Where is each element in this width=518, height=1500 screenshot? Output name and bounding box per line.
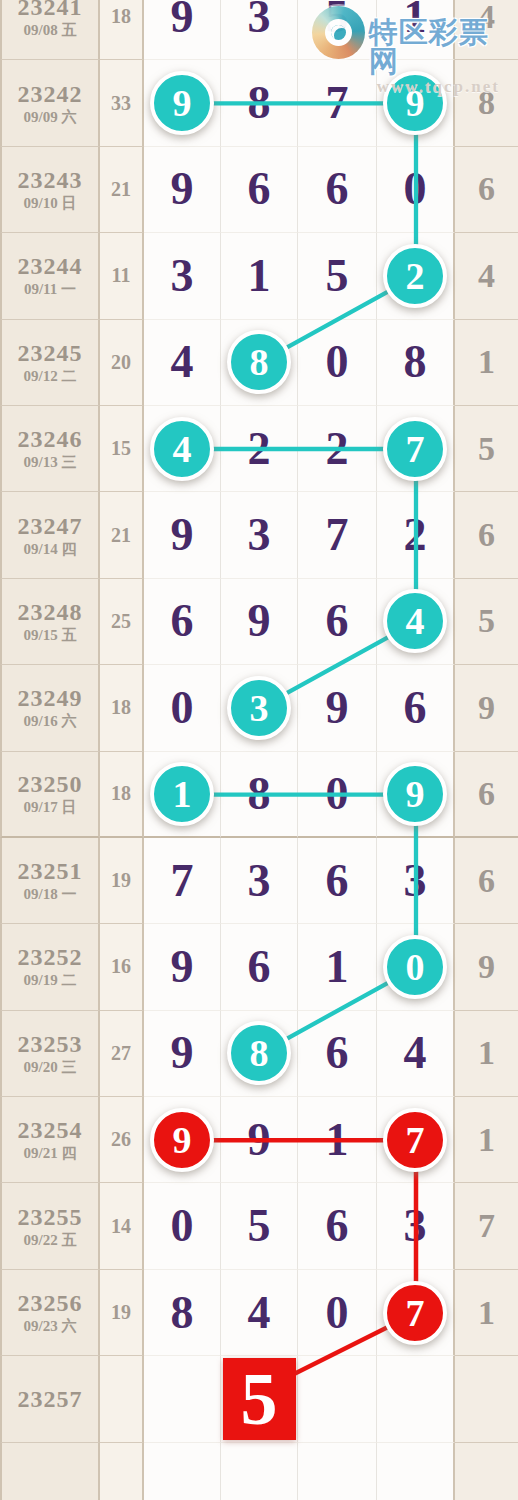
digit-cell: 6 <box>298 1011 377 1097</box>
digit: 6 <box>326 1030 349 1076</box>
sum-cell: 11 <box>100 233 144 319</box>
issue-number: 23242 <box>18 82 83 106</box>
digit-cell: 2 <box>377 492 455 578</box>
digit-cell: 9 <box>144 60 221 146</box>
draw-date: 09/08 五 <box>24 23 77 38</box>
tail-cell: 4 <box>455 233 518 319</box>
digit: 3 <box>404 1203 427 1249</box>
sum-cell <box>100 1443 144 1500</box>
issue-number: 23251 <box>18 859 83 883</box>
digit-cell: 2 <box>298 406 377 492</box>
sum-cell <box>100 1356 144 1442</box>
sum-cell: 18 <box>100 665 144 751</box>
issue-number: 23248 <box>18 600 83 624</box>
issue-cell: 2325309/20 三 <box>0 1011 100 1097</box>
digit-cell: 8 <box>221 1011 298 1097</box>
sum-cell: 19 <box>100 838 144 924</box>
tail-cell: 6 <box>455 492 518 578</box>
draw-date: 09/12 二 <box>24 369 77 384</box>
digit: 7 <box>406 1294 425 1332</box>
digit: 9 <box>248 598 271 644</box>
draw-date: 09/20 三 <box>24 1060 77 1075</box>
digit-cell: 7 <box>377 1270 455 1356</box>
digit: 6 <box>326 1203 349 1249</box>
digit: 7 <box>171 858 194 904</box>
digit-cell: 3 <box>221 492 298 578</box>
sum-cell: 19 <box>100 1270 144 1356</box>
digit: 3 <box>171 253 194 299</box>
digit-cell: 3 <box>377 1183 455 1269</box>
prediction-cell: 5 <box>221 1356 298 1442</box>
digit-cell: 0 <box>144 1183 221 1269</box>
digit: 5 <box>248 1203 271 1249</box>
tail-cell: 5 <box>455 579 518 665</box>
digit: 2 <box>404 512 427 558</box>
digit: 0 <box>326 1290 349 1336</box>
digit-cell: 6 <box>298 838 377 924</box>
digit-cell <box>298 1356 377 1442</box>
digit: 4 <box>404 1030 427 1076</box>
circled-digit: 9 <box>383 762 447 826</box>
draw-date: 09/13 三 <box>24 455 77 470</box>
tail-cell: 9 <box>455 924 518 1010</box>
digit-cell: 4 <box>221 1270 298 1356</box>
draw-date: 09/16 六 <box>24 714 77 729</box>
digit-cell: 9 <box>377 752 455 838</box>
issue-cell: 2324609/13 三 <box>0 406 100 492</box>
circled-digit: 4 <box>383 589 447 653</box>
digit-cell: 5 <box>298 0 377 60</box>
digit: 5 <box>326 0 349 40</box>
tail-cell: 1 <box>455 1097 518 1183</box>
circled-digit: 3 <box>227 676 291 740</box>
digit: 8 <box>248 771 271 817</box>
digit-cell: 4 <box>144 406 221 492</box>
digit: 8 <box>404 339 427 385</box>
digit-cell: 3 <box>377 838 455 924</box>
digit: 3 <box>248 0 271 40</box>
digit-cell: 7 <box>298 60 377 146</box>
circled-digit: 2 <box>383 244 447 308</box>
draw-date: 09/09 六 <box>24 110 77 125</box>
circled-digit: 9 <box>150 71 214 135</box>
digit-cell: 9 <box>377 60 455 146</box>
circled-digit: 1 <box>150 762 214 826</box>
sum-cell: 21 <box>100 492 144 578</box>
digit-cell: 9 <box>144 147 221 233</box>
issue-cell: 2325009/17 日 <box>0 752 100 838</box>
digit-cell: 8 <box>221 320 298 406</box>
digit-cell: 9 <box>144 492 221 578</box>
sum-cell: 33 <box>100 60 144 146</box>
digit: 1 <box>404 0 427 40</box>
issue-number: 23255 <box>18 1205 83 1229</box>
digit: 4 <box>248 1290 271 1336</box>
digit: 9 <box>171 0 194 40</box>
digit: 6 <box>171 598 194 644</box>
digit-cell: 1 <box>221 233 298 319</box>
sum-cell: 21 <box>100 147 144 233</box>
digit: 2 <box>326 426 349 472</box>
digit-cell: 7 <box>298 492 377 578</box>
digit: 8 <box>248 80 271 126</box>
sum-cell: 25 <box>100 579 144 665</box>
digit: 4 <box>406 602 425 640</box>
prediction-digit-square: 5 <box>223 1358 296 1440</box>
circled-digit: 9 <box>150 1108 214 1172</box>
digit: 3 <box>248 512 271 558</box>
digit: 1 <box>173 775 192 813</box>
digit: 6 <box>326 598 349 644</box>
digit: 9 <box>171 512 194 558</box>
issue-number: 23256 <box>18 1291 83 1315</box>
digit-cell: 1 <box>377 0 455 60</box>
digit-cell: 9 <box>144 1011 221 1097</box>
issue-number: 23244 <box>18 254 83 278</box>
draw-date: 09/15 五 <box>24 628 77 643</box>
digit-cell <box>144 1356 221 1442</box>
digit-cell: 2 <box>377 233 455 319</box>
digit-cell: 7 <box>377 406 455 492</box>
digit-cell: 6 <box>377 665 455 751</box>
digit: 3 <box>250 689 269 727</box>
digit-cell: 4 <box>377 579 455 665</box>
digit: 1 <box>326 1117 349 1163</box>
tail-cell <box>455 1356 518 1442</box>
digit: 8 <box>250 343 269 381</box>
sum-cell: 15 <box>100 406 144 492</box>
digit: 0 <box>171 685 194 731</box>
issue-cell: 2324109/08 五 <box>0 0 100 60</box>
draw-date: 09/10 日 <box>24 196 77 211</box>
digit: 9 <box>406 775 425 813</box>
digit-cell <box>377 1356 455 1442</box>
circled-digit: 7 <box>383 1108 447 1172</box>
digit: 0 <box>406 948 425 986</box>
issue-cell: 2324509/12 二 <box>0 320 100 406</box>
issue-number: 23245 <box>18 341 83 365</box>
issue-number: 23254 <box>18 1118 83 1142</box>
digit: 9 <box>173 1121 192 1159</box>
sum-cell: 20 <box>100 320 144 406</box>
digit: 0 <box>404 166 427 212</box>
issue-cell: 2324309/10 日 <box>0 147 100 233</box>
issue-number: 23241 <box>18 0 83 19</box>
issue-cell: 2324709/14 四 <box>0 492 100 578</box>
draw-date: 09/17 日 <box>24 800 77 815</box>
digit: 9 <box>406 84 425 122</box>
circled-digit: 4 <box>150 417 214 481</box>
digit-cell: 9 <box>144 924 221 1010</box>
issue-number: 23243 <box>18 168 83 192</box>
digit: 9 <box>173 84 192 122</box>
digit-cell: 8 <box>144 1270 221 1356</box>
digit: 7 <box>406 1121 425 1159</box>
digit: 9 <box>171 1030 194 1076</box>
tail-cell: 6 <box>455 147 518 233</box>
digit-cell: 3 <box>144 233 221 319</box>
digit: 9 <box>171 944 194 990</box>
digit: 6 <box>326 166 349 212</box>
digit-cell: 5 <box>298 233 377 319</box>
digit: 7 <box>326 80 349 126</box>
digit-cell <box>377 1443 455 1500</box>
digit-cell: 9 <box>221 579 298 665</box>
digit: 0 <box>171 1203 194 1249</box>
tail-cell: 5 <box>455 406 518 492</box>
digit-cell: 0 <box>377 924 455 1010</box>
digit-cell: 6 <box>298 579 377 665</box>
digit-cell: 6 <box>221 147 298 233</box>
digit: 9 <box>326 685 349 731</box>
sum-cell: 27 <box>100 1011 144 1097</box>
draw-date: 09/21 四 <box>24 1146 77 1161</box>
digit-cell: 3 <box>221 665 298 751</box>
digit-cell: 9 <box>144 0 221 60</box>
digit: 2 <box>248 426 271 472</box>
digit-cell: 3 <box>221 838 298 924</box>
digit-cell: 1 <box>144 752 221 838</box>
digit-cell: 1 <box>298 924 377 1010</box>
issue-cell: 2325409/21 四 <box>0 1097 100 1183</box>
tail-cell: 4 <box>455 0 518 60</box>
digit-cell: 9 <box>298 665 377 751</box>
draw-date: 09/22 五 <box>24 1233 77 1248</box>
digit: 2 <box>406 257 425 295</box>
digit: 9 <box>171 166 194 212</box>
digit-cell: 9 <box>221 1097 298 1183</box>
digit-cell: 6 <box>144 579 221 665</box>
circled-digit: 0 <box>383 935 447 999</box>
digit-cell: 8 <box>221 60 298 146</box>
issue-cell: 2325209/19 二 <box>0 924 100 1010</box>
issue-cell: 2324809/15 五 <box>0 579 100 665</box>
issue-number: 23249 <box>18 686 83 710</box>
digit-cell: 7 <box>144 838 221 924</box>
digit-cell: 0 <box>298 752 377 838</box>
chart-grid: 2324109/08 五 18 9 3 5 1 4 2324209/09 六 3… <box>0 0 518 1500</box>
sum-cell: 26 <box>100 1097 144 1183</box>
sum-cell: 14 <box>100 1183 144 1269</box>
issue-cell: 2325509/22 五 <box>0 1183 100 1269</box>
circled-digit: 8 <box>227 1021 291 1085</box>
digit: 5 <box>326 253 349 299</box>
digit-cell <box>221 1443 298 1500</box>
issue-cell: 2324409/11 一 <box>0 233 100 319</box>
digit-cell: 6 <box>298 147 377 233</box>
digit-cell: 4 <box>377 1011 455 1097</box>
issue-cell: 23257 <box>0 1356 100 1442</box>
digit: 6 <box>248 166 271 212</box>
digit: 0 <box>326 771 349 817</box>
digit: 8 <box>171 1290 194 1336</box>
tail-cell: 1 <box>455 1270 518 1356</box>
issue-cell: 2325609/23 六 <box>0 1270 100 1356</box>
circled-digit: 7 <box>383 1281 447 1345</box>
digit-cell: 8 <box>221 752 298 838</box>
digit-cell: 7 <box>377 1097 455 1183</box>
digit: 1 <box>326 944 349 990</box>
draw-date: 09/18 一 <box>24 887 77 902</box>
issue-cell: 2325109/18 一 <box>0 838 100 924</box>
tail-cell: 1 <box>455 1011 518 1097</box>
issue-number: 23246 <box>18 427 83 451</box>
digit: 3 <box>248 858 271 904</box>
digit: 3 <box>404 858 427 904</box>
digit: 6 <box>248 944 271 990</box>
sum-cell: 16 <box>100 924 144 1010</box>
tail-cell: 8 <box>455 60 518 146</box>
draw-date: 09/11 一 <box>24 282 76 297</box>
digit-cell: 0 <box>298 1270 377 1356</box>
digit: 6 <box>326 858 349 904</box>
lottery-trend-chart: 2324109/08 五 18 9 3 5 1 4 2324209/09 六 3… <box>0 0 518 1500</box>
digit: 9 <box>248 1117 271 1163</box>
tail-cell: 1 <box>455 320 518 406</box>
digit-cell: 0 <box>298 320 377 406</box>
issue-number: 23250 <box>18 772 83 796</box>
draw-date: 09/23 六 <box>24 1319 77 1334</box>
digit: 4 <box>173 430 192 468</box>
circled-digit: 8 <box>227 330 291 394</box>
digit-cell <box>298 1443 377 1500</box>
issue-number: 23252 <box>18 945 83 969</box>
circled-digit: 7 <box>383 417 447 481</box>
digit: 7 <box>406 430 425 468</box>
digit-cell <box>144 1443 221 1500</box>
digit: 1 <box>248 253 271 299</box>
digit: 4 <box>171 339 194 385</box>
digit-cell: 3 <box>221 0 298 60</box>
digit-cell: 6 <box>221 924 298 1010</box>
tail-cell: 9 <box>455 665 518 751</box>
issue-number: 23253 <box>18 1032 83 1056</box>
issue-cell <box>0 1443 100 1500</box>
issue-number: 23247 <box>18 514 83 538</box>
digit-cell: 4 <box>144 320 221 406</box>
tail-cell: 6 <box>455 752 518 838</box>
digit-cell: 1 <box>298 1097 377 1183</box>
tail-cell <box>455 1443 518 1500</box>
digit: 7 <box>326 512 349 558</box>
digit-cell: 5 <box>221 1183 298 1269</box>
digit: 8 <box>250 1034 269 1072</box>
sum-cell: 18 <box>100 0 144 60</box>
tail-cell: 7 <box>455 1183 518 1269</box>
issue-cell: 2324209/09 六 <box>0 60 100 146</box>
tail-cell: 6 <box>455 838 518 924</box>
issue-number: 23257 <box>18 1387 83 1411</box>
digit-cell: 8 <box>377 320 455 406</box>
digit-cell: 9 <box>144 1097 221 1183</box>
draw-date: 09/19 二 <box>24 973 77 988</box>
digit-cell: 2 <box>221 406 298 492</box>
circled-digit: 9 <box>383 71 447 135</box>
sum-cell: 18 <box>100 752 144 838</box>
digit-cell: 0 <box>377 147 455 233</box>
draw-date: 09/14 四 <box>24 542 77 557</box>
digit-cell: 0 <box>144 665 221 751</box>
issue-cell: 2324909/16 六 <box>0 665 100 751</box>
digit-cell: 6 <box>298 1183 377 1269</box>
digit: 6 <box>404 685 427 731</box>
digit: 0 <box>326 339 349 385</box>
